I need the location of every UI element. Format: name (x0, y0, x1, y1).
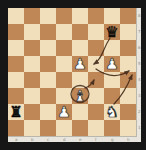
square-h4[interactable] (120, 72, 136, 88)
white-bishop[interactable]: ♝ (72, 88, 88, 104)
square-g4[interactable] (104, 72, 120, 88)
square-h8[interactable] (120, 8, 136, 24)
square-a7[interactable] (8, 24, 24, 40)
square-c4[interactable] (40, 72, 56, 88)
square-e6[interactable] (72, 40, 88, 56)
square-b4[interactable] (24, 72, 40, 88)
square-c2[interactable] (40, 104, 56, 120)
square-c1[interactable] (40, 120, 56, 136)
square-d7[interactable] (56, 24, 72, 40)
file-label-c: c (47, 138, 49, 142)
white-pawn[interactable]: ♟ (72, 56, 88, 72)
chess-board[interactable]: ♛♟♟♝♜♟♞ (8, 8, 137, 137)
square-f7[interactable] (88, 24, 104, 40)
square-b6[interactable] (24, 40, 40, 56)
square-h6[interactable] (120, 40, 136, 56)
square-b7[interactable] (24, 24, 40, 40)
file-label-d: d (63, 138, 66, 142)
square-f8[interactable] (88, 8, 104, 24)
square-h2[interactable] (120, 104, 136, 120)
square-f3[interactable] (88, 88, 104, 104)
square-a2[interactable]: ♜ (8, 104, 24, 120)
square-e2[interactable] (72, 104, 88, 120)
square-e8[interactable] (72, 8, 88, 24)
square-h5[interactable] (120, 56, 136, 72)
square-b3[interactable] (24, 88, 40, 104)
square-g2[interactable]: ♞ (104, 104, 120, 120)
square-d2[interactable]: ♟ (56, 104, 72, 120)
square-g5[interactable]: ♟ (104, 56, 120, 72)
square-f2[interactable] (88, 104, 104, 120)
rank-label-6: 6 (138, 46, 141, 50)
square-g6[interactable] (104, 40, 120, 56)
square-a4[interactable] (8, 72, 24, 88)
file-label-h: h (127, 138, 130, 142)
square-f6[interactable] (88, 40, 104, 56)
square-h7[interactable] (120, 24, 136, 40)
square-h1[interactable] (120, 120, 136, 136)
black-queen[interactable]: ♛ (104, 24, 120, 40)
white-pawn[interactable]: ♟ (104, 56, 120, 72)
square-e7[interactable] (72, 24, 88, 40)
square-a1[interactable] (8, 120, 24, 136)
file-label-e: e (79, 138, 81, 142)
square-c6[interactable] (40, 40, 56, 56)
rank-label-8: 8 (138, 14, 141, 18)
square-f1[interactable] (88, 120, 104, 136)
square-a3[interactable] (8, 88, 24, 104)
square-c7[interactable] (40, 24, 56, 40)
square-a8[interactable] (8, 8, 24, 24)
square-f4[interactable] (88, 72, 104, 88)
square-e1[interactable] (72, 120, 88, 136)
square-g7[interactable]: ♛ (104, 24, 120, 40)
rank-label-3: 3 (138, 94, 141, 98)
square-e3[interactable]: ♝ (72, 88, 88, 104)
rank-label-5: 5 (138, 62, 141, 66)
square-d4[interactable] (56, 72, 72, 88)
square-e4[interactable] (72, 72, 88, 88)
black-rook[interactable]: ♜ (8, 104, 24, 120)
square-b8[interactable] (24, 8, 40, 24)
rank-label-1: 1 (138, 126, 141, 130)
rank-label-2: 2 (138, 110, 141, 114)
square-b2[interactable] (24, 104, 40, 120)
white-pawn[interactable]: ♟ (56, 104, 72, 120)
square-c3[interactable] (40, 88, 56, 104)
square-a5[interactable] (8, 56, 24, 72)
square-b5[interactable] (24, 56, 40, 72)
square-g1[interactable] (104, 120, 120, 136)
square-b1[interactable] (24, 120, 40, 136)
square-g8[interactable] (104, 8, 120, 24)
square-c8[interactable] (40, 8, 56, 24)
square-d8[interactable] (56, 8, 72, 24)
white-knight[interactable]: ♞ (104, 104, 120, 120)
chess-gui-panel: ♛♟♟♝♜♟♞ abcdefgh87654321 (8, 8, 141, 142)
square-f5[interactable] (88, 56, 104, 72)
rank-label-4: 4 (138, 78, 141, 82)
square-d3[interactable] (56, 88, 72, 104)
square-h3[interactable] (120, 88, 136, 104)
file-label-g: g (111, 138, 114, 142)
square-e5[interactable]: ♟ (72, 56, 88, 72)
file-label-a: a (15, 138, 17, 142)
square-d5[interactable] (56, 56, 72, 72)
file-label-b: b (31, 138, 34, 142)
square-a6[interactable] (8, 40, 24, 56)
square-g3[interactable] (104, 88, 120, 104)
file-label-f: f (95, 138, 96, 142)
rank-label-7: 7 (138, 30, 141, 34)
square-d6[interactable] (56, 40, 72, 56)
square-c5[interactable] (40, 56, 56, 72)
square-d1[interactable] (56, 120, 72, 136)
